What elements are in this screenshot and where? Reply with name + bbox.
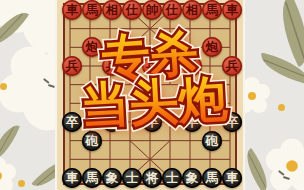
- piece-black-elephant[interactable]: 象: [102, 168, 122, 188]
- piece-red-pawn[interactable]: 兵: [62, 56, 82, 76]
- sparkle-icon: [278, 170, 291, 181]
- piece-black-pawn[interactable]: 卒: [102, 112, 122, 132]
- piece-red-general[interactable]: 帥: [142, 0, 162, 20]
- thumbnail-canvas: 車馬相仕帥仕相馬車炮炮兵兵兵兵兵卒卒卒卒卒砲砲車馬象士将士象馬車 专杀 专杀 专…: [0, 0, 304, 190]
- piece-red-chariot[interactable]: 車: [222, 0, 242, 20]
- piece-black-horse[interactable]: 馬: [82, 168, 102, 188]
- piece-red-horse[interactable]: 馬: [202, 0, 222, 20]
- piece-black-advisor[interactable]: 士: [162, 168, 182, 188]
- piece-red-horse[interactable]: 馬: [82, 0, 102, 20]
- piece-red-pawn[interactable]: 兵: [142, 56, 162, 76]
- flower-icon: [244, 88, 260, 104]
- piece-red-elephant[interactable]: 相: [102, 0, 122, 20]
- piece-red-advisor[interactable]: 仕: [162, 0, 182, 20]
- piece-black-general[interactable]: 将: [142, 168, 162, 188]
- dot-decoration: [278, 104, 285, 111]
- piece-black-cannon[interactable]: 砲: [82, 131, 102, 151]
- piece-black-pawn[interactable]: 卒: [182, 112, 202, 132]
- leaf-icon: [0, 120, 20, 164]
- piece-red-pawn[interactable]: 兵: [182, 56, 202, 76]
- piece-red-pawn[interactable]: 兵: [102, 56, 122, 76]
- piece-black-advisor[interactable]: 士: [122, 168, 142, 188]
- piece-black-chariot[interactable]: 車: [222, 168, 242, 188]
- piece-black-pawn[interactable]: 卒: [222, 112, 242, 132]
- piece-black-horse[interactable]: 馬: [202, 168, 222, 188]
- piece-red-elephant[interactable]: 相: [182, 0, 202, 20]
- piece-black-cannon[interactable]: 砲: [202, 131, 222, 151]
- piece-black-elephant[interactable]: 象: [182, 168, 202, 188]
- leaf-icon: [0, 5, 29, 52]
- xiangqi-board[interactable]: 車馬相仕帥仕相馬車炮炮兵兵兵兵兵卒卒卒卒卒砲砲車馬象士将士象馬車: [55, 0, 245, 190]
- piece-black-chariot[interactable]: 車: [62, 168, 82, 188]
- piece-red-pawn[interactable]: 兵: [222, 56, 242, 76]
- piece-black-pawn[interactable]: 卒: [62, 112, 82, 132]
- dot-decoration: [0, 83, 7, 90]
- piece-black-pawn[interactable]: 卒: [142, 112, 162, 132]
- dot-decoration: [18, 180, 25, 187]
- piece-red-chariot[interactable]: 車: [62, 0, 82, 20]
- board-grid: [55, 0, 245, 190]
- flower-icon: [0, 168, 6, 184]
- piece-red-advisor[interactable]: 仕: [122, 0, 142, 20]
